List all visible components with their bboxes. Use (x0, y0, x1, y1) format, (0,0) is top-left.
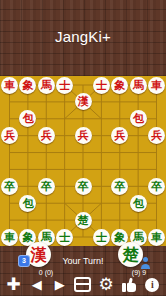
undo-button[interactable]: ◀ (26, 274, 47, 295)
piece-red-f1r1[interactable]: 車 (1, 77, 18, 94)
piece-green-f5r7[interactable]: 卒 (75, 178, 92, 195)
piece-green-f7r7[interactable]: 卒 (111, 178, 128, 195)
rate-button[interactable] (119, 274, 140, 295)
new-game-button[interactable]: ✚ (3, 274, 24, 295)
move-list-icon (74, 277, 91, 292)
piece-red-f5r4[interactable]: 兵 (75, 127, 92, 144)
back-arrow-icon: ◀ (32, 277, 42, 292)
piece-red-f2r1[interactable]: 象 (19, 77, 36, 94)
app-title: JangKi+ (0, 28, 166, 45)
toolbar: ✚ ◀ ▶ ⚙ i (0, 273, 166, 296)
green-general-glyph: 楚 (123, 247, 139, 263)
info-button[interactable]: i (142, 274, 163, 295)
piece-green-f9r7[interactable]: 卒 (148, 178, 165, 195)
piece-red-f8r3[interactable]: 包 (130, 110, 147, 127)
settings-button[interactable]: ⚙ (96, 274, 117, 295)
piece-red-f9r1[interactable]: 車 (148, 77, 165, 94)
redo-button[interactable]: ▶ (49, 274, 70, 295)
piece-green-f2r8[interactable]: 包 (19, 195, 36, 212)
piece-red-f4r1[interactable]: 士 (56, 77, 73, 94)
piece-red-f8r1[interactable]: 馬 (130, 77, 147, 94)
piece-red-f7r1[interactable]: 象 (111, 77, 128, 94)
move-list-button[interactable] (72, 274, 93, 295)
piece-green-f6r10[interactable]: 士 (93, 229, 110, 246)
piece-green-f4r10[interactable]: 士 (56, 229, 73, 246)
piece-red-f3r1[interactable]: 馬 (38, 77, 55, 94)
piece-green-f3r7[interactable]: 卒 (38, 178, 55, 195)
piece-red-f3r4[interactable]: 兵 (38, 127, 55, 144)
piece-green-f8r8[interactable]: 包 (130, 195, 147, 212)
piece-green-f1r7[interactable]: 卒 (1, 178, 18, 195)
forward-arrow-icon: ▶ (55, 277, 65, 292)
human-player-icon (139, 257, 151, 269)
app-window: JangKi+ 車象馬士士象馬車漢包包兵兵兵兵兵卒卒卒卒卒包包楚車象馬士士象馬車… (0, 0, 166, 296)
piece-red-f6r1[interactable]: 士 (93, 77, 110, 94)
info-icon: i (145, 278, 159, 292)
plus-icon: ✚ (6, 274, 20, 295)
player-green-disc[interactable]: 楚 (118, 242, 143, 267)
piece-green-f1r10[interactable]: 車 (1, 229, 18, 246)
piece-green-f9r10[interactable]: 車 (148, 229, 165, 246)
gear-icon: ⚙ (99, 274, 114, 295)
thumb-up-icon (122, 278, 137, 292)
piece-green-f5r9[interactable]: 楚 (75, 212, 92, 229)
janggi-board[interactable]: 車象馬士士象馬車漢包包兵兵兵兵兵卒卒卒卒卒包包楚車象馬士士象馬車 (0, 76, 166, 246)
piece-red-f5r2[interactable]: 漢 (75, 93, 92, 110)
